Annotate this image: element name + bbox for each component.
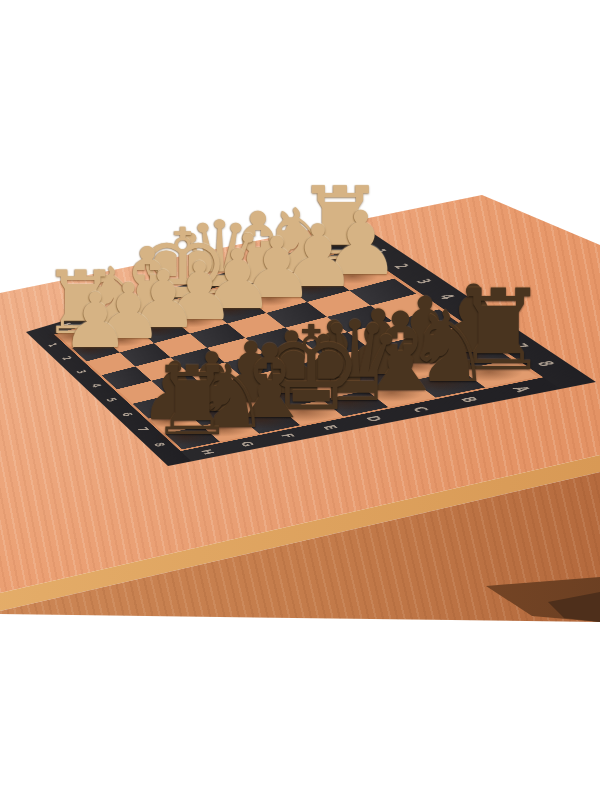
black-rook-h8[interactable]: ♜ — [149, 354, 234, 449]
pieces-layer: ♜♞♝♛♚♝♞♜♟♟♟♟♟♟♟♟♟♟♟♟♟♟♟♟♜♞♝♛♚♝♞♜ — [0, 0, 600, 800]
white-pawn-h2[interactable]: ♟ — [61, 283, 129, 359]
scene: 11HH22GG33FF44EE55DD66CC77BB88AA ♜♞♝♛♚♝♞… — [0, 0, 600, 800]
